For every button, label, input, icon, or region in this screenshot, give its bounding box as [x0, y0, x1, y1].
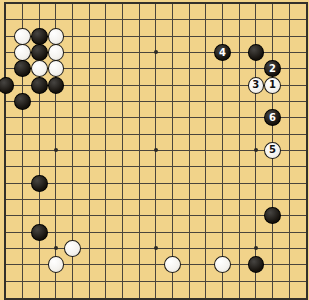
board-intersection[interactable] — [31, 77, 48, 93]
board-intersection[interactable] — [31, 175, 48, 191]
stone-black[interactable] — [31, 28, 48, 45]
stone-black[interactable] — [14, 93, 31, 110]
board-intersection[interactable]: 1 — [264, 77, 281, 93]
stone-black[interactable] — [31, 77, 48, 94]
board-intersection[interactable]: 5 — [264, 142, 281, 158]
board-intersection[interactable] — [48, 44, 65, 60]
star-point-dot — [254, 148, 258, 152]
board-intersection[interactable]: 6 — [264, 110, 281, 126]
stone-black[interactable] — [0, 77, 14, 94]
star-point — [48, 240, 65, 256]
board-intersection[interactable] — [48, 61, 65, 77]
board-intersection[interactable] — [48, 257, 65, 273]
board-intersection[interactable] — [0, 77, 14, 93]
star-point — [148, 240, 165, 256]
star-point — [48, 142, 65, 158]
board-intersection[interactable] — [31, 61, 48, 77]
board-intersection[interactable] — [248, 44, 265, 60]
board-intersection[interactable] — [48, 28, 65, 44]
stone-black[interactable] — [31, 175, 48, 192]
stone-white[interactable] — [48, 28, 65, 45]
board-intersection[interactable] — [214, 257, 231, 273]
stone-white[interactable] — [164, 256, 181, 273]
board-intersection[interactable] — [164, 257, 181, 273]
stone-black-move-6[interactable]: 6 — [264, 109, 281, 126]
go-diagram: 423165 — [0, 0, 309, 300]
stone-black[interactable] — [14, 60, 31, 77]
board-intersection[interactable] — [31, 224, 48, 240]
stone-black[interactable] — [248, 256, 265, 273]
stone-white-move-5[interactable]: 5 — [264, 142, 281, 159]
stone-black[interactable] — [48, 77, 65, 94]
star-point — [148, 44, 165, 60]
stone-black[interactable] — [264, 207, 281, 224]
board-intersection[interactable] — [264, 208, 281, 224]
stone-black-move-4[interactable]: 4 — [214, 44, 231, 61]
board-intersection[interactable] — [14, 93, 31, 109]
star-point — [248, 240, 265, 256]
board-intersection[interactable] — [248, 257, 265, 273]
stone-black-move-2[interactable]: 2 — [264, 60, 281, 77]
board-intersection[interactable] — [14, 28, 31, 44]
board-intersection[interactable] — [48, 77, 65, 93]
stone-white[interactable] — [48, 60, 65, 77]
stone-white[interactable] — [14, 44, 31, 61]
board-grid: 423165 — [0, 0, 309, 300]
stone-black[interactable] — [248, 44, 265, 61]
stone-white[interactable] — [31, 60, 48, 77]
star-point-dot — [154, 50, 158, 54]
board-intersection[interactable] — [64, 240, 81, 256]
board-intersection[interactable] — [14, 44, 31, 60]
stone-white[interactable] — [64, 240, 81, 257]
board-intersection[interactable]: 3 — [248, 77, 265, 93]
board-intersection[interactable] — [31, 44, 48, 60]
go-board[interactable]: 423165 — [0, 0, 309, 300]
star-point-dot — [154, 246, 158, 250]
star-point-dot — [154, 148, 158, 152]
star-point — [248, 142, 265, 158]
star-point — [148, 142, 165, 158]
stone-white[interactable] — [214, 256, 231, 273]
stone-white[interactable] — [48, 44, 65, 61]
stone-white[interactable] — [48, 256, 65, 273]
stone-white[interactable] — [14, 28, 31, 45]
star-point-dot — [254, 246, 258, 250]
board-intersection[interactable]: 4 — [214, 44, 231, 60]
star-point-dot — [54, 148, 58, 152]
stone-black[interactable] — [31, 44, 48, 61]
stone-black[interactable] — [31, 224, 48, 241]
stone-white-move-3[interactable]: 3 — [248, 77, 265, 94]
board-intersection[interactable] — [31, 28, 48, 44]
board-intersection[interactable]: 2 — [264, 61, 281, 77]
stone-white-move-1[interactable]: 1 — [264, 77, 281, 94]
board-intersection[interactable] — [14, 61, 31, 77]
star-point-dot — [54, 246, 58, 250]
